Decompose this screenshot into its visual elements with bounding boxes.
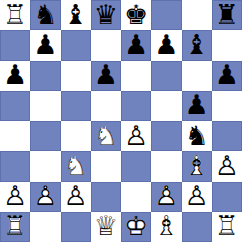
black-king[interactable]: ♚ xyxy=(121,0,151,30)
white-pawn[interactable]: ♟♙ xyxy=(182,182,212,212)
black-pawn[interactable]: ♟ xyxy=(91,61,121,91)
square-e8[interactable]: ♚ xyxy=(121,0,151,30)
square-h5[interactable] xyxy=(212,91,242,121)
black-queen-icon: ♛ xyxy=(94,1,118,28)
square-h6[interactable]: ♟ xyxy=(212,61,242,91)
square-a3[interactable] xyxy=(0,151,30,181)
square-d1[interactable]: ♛♕ xyxy=(91,212,121,242)
square-b7[interactable]: ♟ xyxy=(30,30,60,60)
square-g3[interactable]: ♝♗ xyxy=(182,151,212,181)
square-g8[interactable] xyxy=(182,0,212,30)
white-knight[interactable]: ♞♘ xyxy=(61,151,91,181)
white-rook[interactable]: ♜♖ xyxy=(0,212,30,242)
black-pawn[interactable]: ♟ xyxy=(0,61,30,91)
square-c6[interactable] xyxy=(61,61,91,91)
black-bishop-icon: ♝ xyxy=(64,1,88,28)
black-bishop-icon: ♝ xyxy=(185,31,209,58)
white-bishop[interactable]: ♝♗ xyxy=(182,151,212,181)
square-d4[interactable]: ♞♘ xyxy=(91,121,121,151)
square-f4[interactable] xyxy=(151,121,181,151)
black-pawn-icon: ♟ xyxy=(154,31,178,58)
white-rook[interactable]: ♜♖ xyxy=(0,0,30,30)
square-h4[interactable] xyxy=(212,121,242,151)
white-rook-outline-icon: ♖ xyxy=(3,1,27,28)
black-knight[interactable]: ♞ xyxy=(30,0,60,30)
black-pawn-icon: ♟ xyxy=(124,31,148,58)
square-e7[interactable]: ♟ xyxy=(121,30,151,60)
white-bishop-outline-icon: ♗ xyxy=(154,212,178,239)
square-b5[interactable] xyxy=(30,91,60,121)
square-b8[interactable]: ♞ xyxy=(30,0,60,30)
white-pawn-outline-icon: ♙ xyxy=(124,122,148,149)
black-king-icon: ♚ xyxy=(124,1,148,28)
white-king[interactable]: ♚♔ xyxy=(121,212,151,242)
square-d5[interactable] xyxy=(91,91,121,121)
white-rook-outline-icon: ♖ xyxy=(3,212,27,239)
square-e6[interactable] xyxy=(121,61,151,91)
square-e5[interactable] xyxy=(121,91,151,121)
square-b4[interactable] xyxy=(30,121,60,151)
square-d6[interactable]: ♟ xyxy=(91,61,121,91)
square-b2[interactable]: ♟♙ xyxy=(30,182,60,212)
black-knight-icon: ♞ xyxy=(185,122,209,149)
black-pawn-icon: ♟ xyxy=(3,61,27,88)
chess-board: ♜♖♞♝♛♚♜♟♟♟♝♟♟♟♟♞♘♟♙♞♞♘♝♗♟♙♟♙♟♙♟♙♟♙♟♙♜♖♛♕… xyxy=(0,0,242,242)
black-pawn-icon: ♟ xyxy=(185,91,209,118)
white-pawn-outline-icon: ♙ xyxy=(33,182,57,209)
black-pawn[interactable]: ♟ xyxy=(151,30,181,60)
square-b1[interactable] xyxy=(30,212,60,242)
white-pawn[interactable]: ♟♙ xyxy=(212,151,242,181)
square-a5[interactable] xyxy=(0,91,30,121)
white-pawn-outline-icon: ♙ xyxy=(154,182,178,209)
black-pawn[interactable]: ♟ xyxy=(30,30,60,60)
white-rook-outline-icon: ♖ xyxy=(215,212,239,239)
square-h7[interactable] xyxy=(212,30,242,60)
square-h8[interactable]: ♜ xyxy=(212,0,242,30)
square-b3[interactable] xyxy=(30,151,60,181)
square-f7[interactable]: ♟ xyxy=(151,30,181,60)
black-pawn-icon: ♟ xyxy=(94,61,118,88)
white-pawn[interactable]: ♟♙ xyxy=(121,121,151,151)
black-pawn[interactable]: ♟ xyxy=(121,30,151,60)
white-queen[interactable]: ♛♕ xyxy=(91,212,121,242)
square-g5[interactable]: ♟ xyxy=(182,91,212,121)
square-f3[interactable] xyxy=(151,151,181,181)
square-c2[interactable]: ♟♙ xyxy=(61,182,91,212)
square-f2[interactable]: ♟♙ xyxy=(151,182,181,212)
square-a8[interactable]: ♜♖ xyxy=(0,0,30,30)
black-bishop[interactable]: ♝ xyxy=(182,30,212,60)
square-c3[interactable]: ♞♘ xyxy=(61,151,91,181)
black-rook[interactable]: ♜ xyxy=(212,0,242,30)
white-pawn[interactable]: ♟♙ xyxy=(30,182,60,212)
white-knight[interactable]: ♞♘ xyxy=(91,121,121,151)
black-knight[interactable]: ♞ xyxy=(182,121,212,151)
square-d2[interactable] xyxy=(91,182,121,212)
square-h1[interactable]: ♜♖ xyxy=(212,212,242,242)
square-b6[interactable] xyxy=(30,61,60,91)
white-bishop[interactable]: ♝♗ xyxy=(151,212,181,242)
chess-board-screenshot: ♜♖♞♝♛♚♜♟♟♟♝♟♟♟♟♞♘♟♙♞♞♘♝♗♟♙♟♙♟♙♟♙♟♙♟♙♜♖♛♕… xyxy=(0,0,242,242)
square-c7[interactable] xyxy=(61,30,91,60)
square-a1[interactable]: ♜♖ xyxy=(0,212,30,242)
square-d7[interactable] xyxy=(91,30,121,60)
black-knight-icon: ♞ xyxy=(33,1,57,28)
black-bishop[interactable]: ♝ xyxy=(61,0,91,30)
square-a7[interactable] xyxy=(0,30,30,60)
square-f5[interactable] xyxy=(151,91,181,121)
square-d8[interactable]: ♛ xyxy=(91,0,121,30)
square-f6[interactable] xyxy=(151,61,181,91)
black-pawn[interactable]: ♟ xyxy=(182,91,212,121)
square-e1[interactable]: ♚♔ xyxy=(121,212,151,242)
square-c4[interactable] xyxy=(61,121,91,151)
square-g4[interactable]: ♞ xyxy=(182,121,212,151)
black-pawn-icon: ♟ xyxy=(33,31,57,58)
square-h2[interactable] xyxy=(212,182,242,212)
white-pawn-outline-icon: ♙ xyxy=(64,182,88,209)
square-c5[interactable] xyxy=(61,91,91,121)
square-g7[interactable]: ♝ xyxy=(182,30,212,60)
black-queen[interactable]: ♛ xyxy=(91,0,121,30)
square-g6[interactable] xyxy=(182,61,212,91)
square-g1[interactable] xyxy=(182,212,212,242)
square-a4[interactable] xyxy=(0,121,30,151)
square-e3[interactable] xyxy=(121,151,151,181)
square-h3[interactable]: ♟♙ xyxy=(212,151,242,181)
black-rook-icon: ♜ xyxy=(215,1,239,28)
white-rook[interactable]: ♜♖ xyxy=(212,212,242,242)
square-c8[interactable]: ♝ xyxy=(61,0,91,30)
white-king-outline-icon: ♔ xyxy=(124,212,148,239)
white-knight-outline-icon: ♘ xyxy=(94,122,118,149)
square-d3[interactable] xyxy=(91,151,121,181)
square-a6[interactable]: ♟ xyxy=(0,61,30,91)
white-bishop-outline-icon: ♗ xyxy=(185,152,209,179)
white-pawn[interactable]: ♟♙ xyxy=(151,182,181,212)
square-g2[interactable]: ♟♙ xyxy=(182,182,212,212)
white-knight-outline-icon: ♘ xyxy=(64,152,88,179)
square-f1[interactable]: ♝♗ xyxy=(151,212,181,242)
white-pawn-outline-icon: ♙ xyxy=(3,182,27,209)
white-pawn[interactable]: ♟♙ xyxy=(61,182,91,212)
white-pawn[interactable]: ♟♙ xyxy=(0,182,30,212)
white-pawn-outline-icon: ♙ xyxy=(185,182,209,209)
white-queen-outline-icon: ♕ xyxy=(94,212,118,239)
square-a2[interactable]: ♟♙ xyxy=(0,182,30,212)
black-pawn-icon: ♟ xyxy=(215,61,239,88)
square-f8[interactable] xyxy=(151,0,181,30)
black-pawn[interactable]: ♟ xyxy=(212,61,242,91)
square-c1[interactable] xyxy=(61,212,91,242)
square-e4[interactable]: ♟♙ xyxy=(121,121,151,151)
white-pawn-outline-icon: ♙ xyxy=(215,152,239,179)
square-e2[interactable] xyxy=(121,182,151,212)
